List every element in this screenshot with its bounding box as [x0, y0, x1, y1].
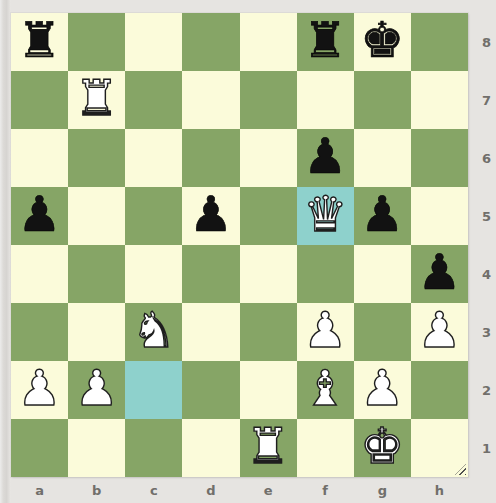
- square-g1[interactable]: ♚: [354, 419, 411, 477]
- square-f7[interactable]: [297, 71, 354, 129]
- square-b2[interactable]: ♟: [68, 361, 125, 419]
- file-coordinates: abcdefgh: [11, 478, 468, 502]
- square-d7[interactable]: [182, 71, 239, 129]
- piece-black-pawn[interactable]: ♟: [18, 187, 62, 244]
- square-a1[interactable]: [11, 419, 68, 477]
- square-h1[interactable]: [411, 419, 468, 477]
- square-b6[interactable]: [68, 129, 125, 187]
- square-e5[interactable]: [240, 187, 297, 245]
- square-b8[interactable]: [68, 13, 125, 71]
- piece-black-pawn[interactable]: ♟: [189, 187, 233, 244]
- square-c7[interactable]: [125, 71, 182, 129]
- square-g3[interactable]: [354, 303, 411, 361]
- rank-label-4: 4: [477, 245, 496, 303]
- square-g6[interactable]: [354, 129, 411, 187]
- square-f1[interactable]: [297, 419, 354, 477]
- square-c4[interactable]: [125, 245, 182, 303]
- square-f5[interactable]: ♛: [297, 187, 354, 245]
- file-label-c: c: [125, 478, 182, 502]
- square-f2[interactable]: ♝: [297, 361, 354, 419]
- piece-white-bishop[interactable]: ♝: [303, 361, 347, 418]
- window-edge: [0, 0, 11, 503]
- board-resize-handle-icon[interactable]: [455, 464, 466, 475]
- file-label-b: b: [68, 478, 125, 502]
- square-c3[interactable]: ♞: [125, 303, 182, 361]
- square-g5[interactable]: ♟: [354, 187, 411, 245]
- square-h6[interactable]: [411, 129, 468, 187]
- square-d4[interactable]: [182, 245, 239, 303]
- piece-black-pawn[interactable]: ♟: [303, 129, 347, 186]
- square-e6[interactable]: [240, 129, 297, 187]
- rank-label-8: 8: [477, 13, 496, 71]
- square-f3[interactable]: ♟: [297, 303, 354, 361]
- chess-board: ♜♜♚♜♟♟♟♛♟♟♞♟♟♟♟♝♟♜♚: [11, 13, 468, 477]
- piece-black-rook[interactable]: ♜: [18, 13, 62, 70]
- square-e7[interactable]: [240, 71, 297, 129]
- square-b5[interactable]: [68, 187, 125, 245]
- rank-label-7: 7: [477, 71, 496, 129]
- square-c5[interactable]: [125, 187, 182, 245]
- square-b1[interactable]: [68, 419, 125, 477]
- square-a8[interactable]: ♜: [11, 13, 68, 71]
- square-d1[interactable]: [182, 419, 239, 477]
- piece-white-queen[interactable]: ♛: [303, 187, 347, 244]
- piece-black-pawn[interactable]: ♟: [417, 245, 461, 302]
- rank-label-3: 3: [477, 303, 496, 361]
- piece-white-knight[interactable]: ♞: [132, 303, 176, 360]
- square-a6[interactable]: [11, 129, 68, 187]
- file-label-d: d: [182, 478, 239, 502]
- square-d3[interactable]: [182, 303, 239, 361]
- square-d8[interactable]: [182, 13, 239, 71]
- piece-black-king[interactable]: ♚: [360, 13, 404, 70]
- square-h7[interactable]: [411, 71, 468, 129]
- square-h4[interactable]: ♟: [411, 245, 468, 303]
- square-h5[interactable]: [411, 187, 468, 245]
- piece-white-pawn[interactable]: ♟: [417, 303, 461, 360]
- square-a2[interactable]: ♟: [11, 361, 68, 419]
- square-c6[interactable]: [125, 129, 182, 187]
- square-h8[interactable]: [411, 13, 468, 71]
- square-e1[interactable]: ♜: [240, 419, 297, 477]
- square-c2[interactable]: [125, 361, 182, 419]
- square-g8[interactable]: ♚: [354, 13, 411, 71]
- piece-white-pawn[interactable]: ♟: [360, 361, 404, 418]
- square-f8[interactable]: ♜: [297, 13, 354, 71]
- piece-white-rook[interactable]: ♜: [75, 71, 119, 128]
- square-c8[interactable]: [125, 13, 182, 71]
- file-label-h: h: [411, 478, 468, 502]
- square-e2[interactable]: [240, 361, 297, 419]
- square-h3[interactable]: ♟: [411, 303, 468, 361]
- square-c1[interactable]: [125, 419, 182, 477]
- piece-white-pawn[interactable]: ♟: [18, 361, 62, 418]
- file-label-e: e: [240, 478, 297, 502]
- square-d6[interactable]: [182, 129, 239, 187]
- file-label-f: f: [297, 478, 354, 502]
- square-h2[interactable]: [411, 361, 468, 419]
- square-f4[interactable]: [297, 245, 354, 303]
- square-a3[interactable]: [11, 303, 68, 361]
- piece-white-rook[interactable]: ♜: [246, 419, 290, 476]
- piece-black-pawn[interactable]: ♟: [360, 187, 404, 244]
- piece-white-pawn[interactable]: ♟: [303, 303, 347, 360]
- square-f6[interactable]: ♟: [297, 129, 354, 187]
- file-label-a: a: [11, 478, 68, 502]
- square-g7[interactable]: [354, 71, 411, 129]
- piece-white-pawn[interactable]: ♟: [75, 361, 119, 418]
- square-d2[interactable]: [182, 361, 239, 419]
- rank-label-2: 2: [477, 361, 496, 419]
- square-e8[interactable]: [240, 13, 297, 71]
- square-a5[interactable]: ♟: [11, 187, 68, 245]
- square-g2[interactable]: ♟: [354, 361, 411, 419]
- square-a4[interactable]: [11, 245, 68, 303]
- square-g4[interactable]: [354, 245, 411, 303]
- square-b3[interactable]: [68, 303, 125, 361]
- piece-black-rook[interactable]: ♜: [303, 13, 347, 70]
- rank-label-6: 6: [477, 129, 496, 187]
- square-b7[interactable]: ♜: [68, 71, 125, 129]
- piece-white-king[interactable]: ♚: [360, 419, 404, 476]
- square-d5[interactable]: ♟: [182, 187, 239, 245]
- square-e3[interactable]: [240, 303, 297, 361]
- rank-label-5: 5: [477, 187, 496, 245]
- square-a7[interactable]: [11, 71, 68, 129]
- chess-app-screen: ♜♜♚♜♟♟♟♛♟♟♞♟♟♟♟♝♟♜♚ 87654321 abcdefgh: [0, 0, 496, 503]
- rank-coordinates: 87654321: [477, 13, 496, 477]
- square-b4[interactable]: [68, 245, 125, 303]
- square-e4[interactable]: [240, 245, 297, 303]
- rank-label-1: 1: [477, 419, 496, 477]
- file-label-g: g: [354, 478, 411, 502]
